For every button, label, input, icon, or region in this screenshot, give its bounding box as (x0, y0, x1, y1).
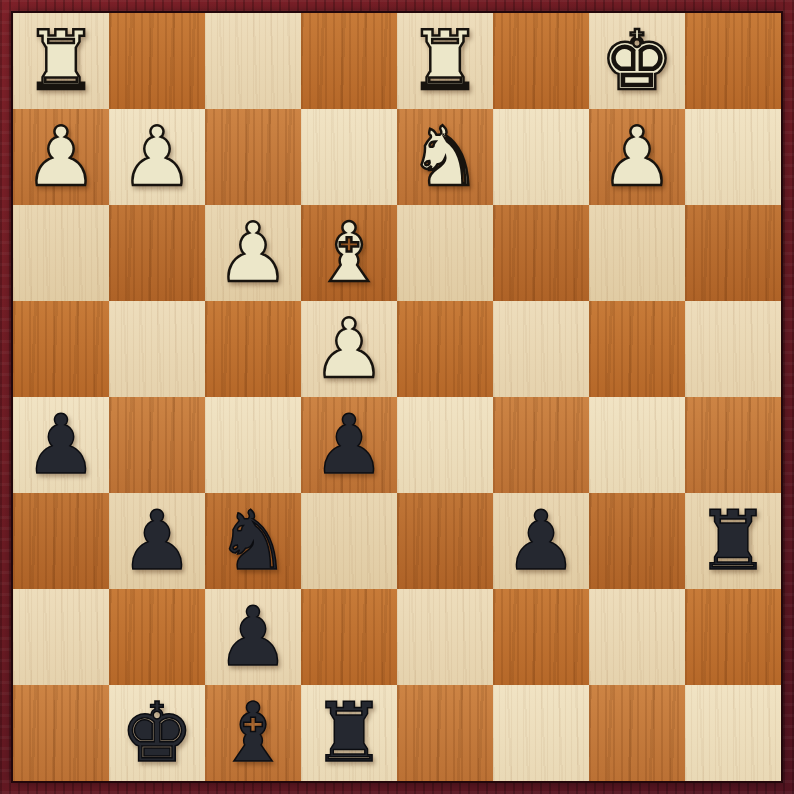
square-b4[interactable] (589, 301, 685, 397)
square-a4[interactable] (685, 301, 781, 397)
square-g5[interactable] (109, 397, 205, 493)
square-b7[interactable] (589, 589, 685, 685)
square-d4[interactable] (397, 301, 493, 397)
piece-black-pawn[interactable]: ♟ (24, 397, 98, 493)
square-e6[interactable] (301, 493, 397, 589)
square-b5[interactable] (589, 397, 685, 493)
piece-black-rook[interactable]: ♜ (312, 685, 386, 781)
square-c2[interactable] (493, 109, 589, 205)
square-d2[interactable]: ♞ (397, 109, 493, 205)
square-g3[interactable] (109, 205, 205, 301)
square-d6[interactable] (397, 493, 493, 589)
square-g2[interactable]: ♟ (109, 109, 205, 205)
square-g6[interactable]: ♟ (109, 493, 205, 589)
piece-white-pawn[interactable]: ♟ (120, 109, 194, 205)
square-c6[interactable]: ♟ (493, 493, 589, 589)
square-e5[interactable]: ♟ (301, 397, 397, 493)
piece-white-pawn[interactable]: ♟ (24, 109, 98, 205)
square-g4[interactable] (109, 301, 205, 397)
square-c3[interactable] (493, 205, 589, 301)
square-c1[interactable] (493, 13, 589, 109)
piece-black-knight[interactable]: ♞ (216, 493, 290, 589)
piece-white-rook[interactable]: ♜ (24, 13, 98, 109)
square-d3[interactable] (397, 205, 493, 301)
square-h1[interactable]: ♜ (13, 13, 109, 109)
square-a3[interactable] (685, 205, 781, 301)
square-f3[interactable]: ♟ (205, 205, 301, 301)
chess-board: ♜♜♚♟♟♞♟♟♝♟♟♟♟♞♟♜♟♚♝♜ (13, 13, 781, 781)
square-a7[interactable] (685, 589, 781, 685)
square-h6[interactable] (13, 493, 109, 589)
square-d8[interactable] (397, 685, 493, 781)
piece-black-pawn[interactable]: ♟ (312, 397, 386, 493)
piece-black-rook[interactable]: ♜ (696, 493, 770, 589)
square-e1[interactable] (301, 13, 397, 109)
square-c5[interactable] (493, 397, 589, 493)
piece-white-rook[interactable]: ♜ (408, 13, 482, 109)
piece-white-pawn[interactable]: ♟ (312, 301, 386, 397)
square-g7[interactable] (109, 589, 205, 685)
piece-white-bishop[interactable]: ♝ (312, 205, 386, 301)
square-e4[interactable]: ♟ (301, 301, 397, 397)
board-frame: ♜♜♚♟♟♞♟♟♝♟♟♟♟♞♟♜♟♚♝♜ (0, 0, 794, 794)
square-a1[interactable] (685, 13, 781, 109)
piece-white-knight[interactable]: ♞ (408, 109, 482, 205)
square-c8[interactable] (493, 685, 589, 781)
square-c4[interactable] (493, 301, 589, 397)
piece-white-pawn[interactable]: ♟ (600, 109, 674, 205)
square-f6[interactable]: ♞ (205, 493, 301, 589)
square-h8[interactable] (13, 685, 109, 781)
square-f7[interactable]: ♟ (205, 589, 301, 685)
square-a2[interactable] (685, 109, 781, 205)
square-f4[interactable] (205, 301, 301, 397)
square-e3[interactable]: ♝ (301, 205, 397, 301)
square-f1[interactable] (205, 13, 301, 109)
square-b2[interactable]: ♟ (589, 109, 685, 205)
square-h4[interactable] (13, 301, 109, 397)
square-b8[interactable] (589, 685, 685, 781)
square-h7[interactable] (13, 589, 109, 685)
piece-black-pawn[interactable]: ♟ (504, 493, 578, 589)
square-a8[interactable] (685, 685, 781, 781)
square-h5[interactable]: ♟ (13, 397, 109, 493)
square-h2[interactable]: ♟ (13, 109, 109, 205)
square-d7[interactable] (397, 589, 493, 685)
square-d5[interactable] (397, 397, 493, 493)
square-f2[interactable] (205, 109, 301, 205)
piece-black-king[interactable]: ♚ (120, 685, 194, 781)
piece-black-pawn[interactable]: ♟ (120, 493, 194, 589)
piece-white-king[interactable]: ♚ (600, 13, 674, 109)
square-b6[interactable] (589, 493, 685, 589)
square-d1[interactable]: ♜ (397, 13, 493, 109)
square-a6[interactable]: ♜ (685, 493, 781, 589)
square-e7[interactable] (301, 589, 397, 685)
square-f5[interactable] (205, 397, 301, 493)
square-e2[interactable] (301, 109, 397, 205)
square-a5[interactable] (685, 397, 781, 493)
square-h3[interactable] (13, 205, 109, 301)
square-e8[interactable]: ♜ (301, 685, 397, 781)
square-b1[interactable]: ♚ (589, 13, 685, 109)
piece-white-pawn[interactable]: ♟ (216, 205, 290, 301)
square-g1[interactable] (109, 13, 205, 109)
piece-black-pawn[interactable]: ♟ (216, 589, 290, 685)
square-g8[interactable]: ♚ (109, 685, 205, 781)
square-f8[interactable]: ♝ (205, 685, 301, 781)
piece-black-bishop[interactable]: ♝ (216, 685, 290, 781)
square-c7[interactable] (493, 589, 589, 685)
square-b3[interactable] (589, 205, 685, 301)
